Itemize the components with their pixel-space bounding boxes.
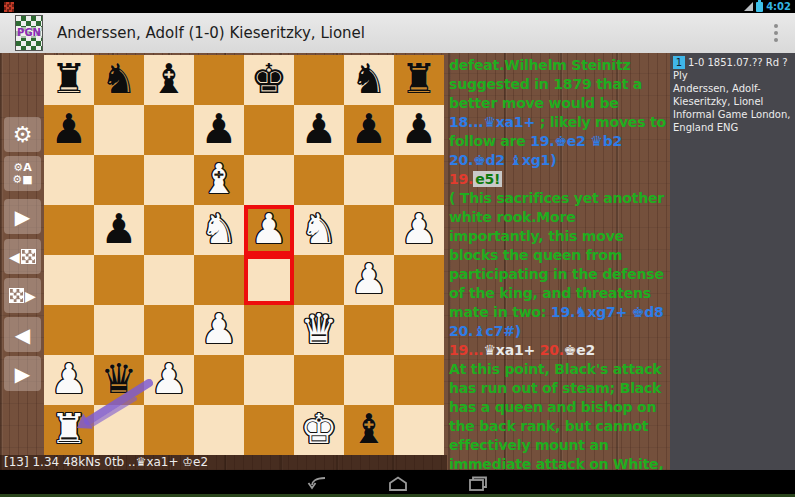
square-c6[interactable] [144, 155, 194, 205]
white-pawn-h5[interactable]: ♟ [394, 205, 444, 254]
square-b6[interactable] [94, 155, 144, 205]
square-a2[interactable]: ♟ [44, 355, 94, 405]
black-pawn-h7[interactable]: ♟ [394, 105, 444, 154]
annotation-text: At this point, Black's attack has run ou… [449, 361, 669, 470]
square-h6[interactable] [394, 155, 444, 205]
square-g3[interactable] [344, 305, 394, 355]
square-f7[interactable]: ♟ [294, 105, 344, 155]
white-pawn-d3[interactable]: ♟ [194, 305, 244, 354]
square-h2[interactable] [394, 355, 444, 405]
next-move-button[interactable]: ▶ [4, 356, 41, 391]
square-e1[interactable] [244, 405, 294, 455]
square-d6[interactable]: ♝ [194, 155, 244, 205]
engine-gears-icon: ⚙A ⚙■ [12, 162, 32, 186]
black-queen-b2[interactable]: ♛ [94, 355, 144, 404]
square-e8[interactable]: ♚ [244, 55, 294, 105]
square-e7[interactable] [244, 105, 294, 155]
square-d1[interactable] [194, 405, 244, 455]
square-h4[interactable] [394, 255, 444, 305]
square-g2[interactable] [344, 355, 394, 405]
square-g5[interactable] [344, 205, 394, 255]
square-f1[interactable]: ♚ [294, 405, 344, 455]
recents-icon[interactable] [467, 476, 489, 492]
white-pawn-c2[interactable]: ♟ [144, 355, 194, 404]
square-b5[interactable]: ♟ [94, 205, 144, 255]
square-a6[interactable] [44, 155, 94, 205]
black-pawn-f7[interactable]: ♟ [294, 105, 344, 154]
chess-board[interactable]: ♜♞♝♚♞♜♟♟♟♟♟♝♟♞♟♞♟♟♟♛♟♛♟♜♚♝ [44, 55, 444, 455]
game-header: 1-0 1851.07.?? Rd ? Ply [673, 57, 788, 81]
move-text[interactable]: ♚e2 [564, 342, 595, 358]
square-d3[interactable]: ♟ [194, 305, 244, 355]
previous-game-button[interactable]: ◀ [4, 239, 41, 274]
android-nav-bar [0, 470, 795, 497]
square-e6[interactable] [244, 155, 294, 205]
black-pawn-g7[interactable]: ♟ [344, 105, 394, 154]
signal-icon [744, 2, 753, 11]
square-a5[interactable] [44, 205, 94, 255]
home-icon[interactable] [387, 476, 409, 492]
square-c1[interactable] [144, 405, 194, 455]
square-f4[interactable] [294, 255, 344, 305]
square-h7[interactable]: ♟ [394, 105, 444, 155]
square-c7[interactable] [144, 105, 194, 155]
white-king-f1[interactable]: ♚ [294, 405, 344, 454]
square-g4[interactable]: ♟ [344, 255, 394, 305]
square-f3[interactable]: ♛ [294, 305, 344, 355]
square-b2[interactable]: ♛ [94, 355, 144, 405]
square-c3[interactable] [144, 305, 194, 355]
black-pawn-a7[interactable]: ♟ [44, 105, 94, 154]
square-d8[interactable] [194, 55, 244, 105]
right-triangle-icon: ▶ [25, 289, 36, 303]
game-event: Informal Game London, England ENG [673, 108, 793, 134]
square-e2[interactable] [244, 355, 294, 405]
android-status-bar: 4:02 [0, 0, 795, 13]
square-a8[interactable]: ♜ [44, 55, 94, 105]
clock-text: 4:02 [766, 1, 791, 12]
app-logo-text: PGN [16, 27, 42, 38]
engine-analysis-button[interactable]: ⚙A ⚙■ [4, 156, 41, 191]
game-index-badge: 1 [673, 56, 685, 69]
game-players: Anderssen, Adolf-Kieseritzky, Lionel [673, 82, 793, 108]
square-b3[interactable] [94, 305, 144, 355]
white-queen-f3[interactable]: ♛ [294, 305, 344, 354]
black-rook-h8[interactable]: ♜ [394, 55, 444, 104]
square-c8[interactable]: ♝ [144, 55, 194, 105]
play-button[interactable]: ▶ [4, 199, 41, 234]
square-d2[interactable] [194, 355, 244, 405]
back-icon: ◀ [15, 325, 30, 345]
move-text[interactable]: 18...♛xa1+ [449, 114, 540, 130]
square-b8[interactable]: ♞ [94, 55, 144, 105]
annotation-text: defeat.Wilhelm Steinitz suggested in 187… [449, 57, 642, 111]
game-info-panel[interactable]: 11-0 1851.07.?? Rd ? Ply Anderssen, Adol… [670, 53, 795, 470]
white-rook-a1[interactable]: ♜ [44, 405, 94, 454]
app-screen: 4:02 PGN Anderssen, Adolf (1-0) Kieserit… [0, 0, 795, 497]
forward-icon: ▶ [15, 364, 30, 384]
main-area: ⚙ ⚙A ⚙■ ▶ ◀ ▶ ◀ ▶ [0, 53, 795, 470]
square-e3[interactable] [244, 305, 294, 355]
action-bar: PGN Anderssen, Adolf (1-0) Kieseritzky, … [0, 13, 795, 54]
square-a3[interactable] [44, 305, 94, 355]
black-knight-g8[interactable]: ♞ [344, 55, 394, 104]
previous-move-button[interactable]: ◀ [4, 317, 41, 352]
square-f2[interactable] [294, 355, 344, 405]
square-a7[interactable]: ♟ [44, 105, 94, 155]
square-h8[interactable]: ♜ [394, 55, 444, 105]
page-title: Anderssen, Adolf (1-0) Kieseritzky, Lion… [57, 24, 365, 42]
white-pawn-g4[interactable]: ♟ [344, 255, 394, 304]
engine-status-line: [13] 1.34 48kNs 0tb ..♛xa1+ ♔e2 [0, 455, 447, 470]
square-h5[interactable]: ♟ [394, 205, 444, 255]
square-a1[interactable]: ♜ [44, 405, 94, 455]
move-text[interactable]: 19. [449, 171, 473, 187]
square-e5[interactable]: ♟ [244, 205, 294, 255]
overflow-menu-icon[interactable] [770, 18, 782, 48]
square-e4[interactable] [244, 255, 294, 305]
square-d4[interactable] [194, 255, 244, 305]
square-h3[interactable] [394, 305, 444, 355]
white-bishop-d6[interactable]: ♝ [194, 155, 244, 204]
square-c5[interactable] [144, 205, 194, 255]
black-king-e8[interactable]: ♚ [244, 55, 294, 104]
square-b7[interactable] [94, 105, 144, 155]
black-pawn-d7[interactable]: ♟ [194, 105, 244, 154]
annotation-panel[interactable]: defeat.Wilhelm Steinitz suggested in 187… [447, 53, 670, 470]
square-g6[interactable] [344, 155, 394, 205]
battery-icon [756, 2, 763, 12]
move-text[interactable]: 20. [540, 342, 564, 358]
game-list-row[interactable]: 11-0 1851.07.?? Rd ? Ply [673, 56, 793, 82]
black-knight-b8[interactable]: ♞ [94, 55, 144, 104]
square-a4[interactable] [44, 255, 94, 305]
square-g8[interactable]: ♞ [344, 55, 394, 105]
square-g1[interactable]: ♝ [344, 405, 394, 455]
square-h1[interactable] [394, 405, 444, 455]
move-text[interactable]: ♛xa1+ [483, 342, 539, 358]
square-f8[interactable] [294, 55, 344, 105]
next-game-button[interactable]: ▶ [4, 278, 41, 313]
square-g7[interactable]: ♟ [344, 105, 394, 155]
black-bishop-c8[interactable]: ♝ [144, 55, 194, 104]
mini-board-icon [21, 249, 36, 264]
square-f6[interactable] [294, 155, 344, 205]
notification-icon [4, 2, 14, 12]
square-c2[interactable]: ♟ [144, 355, 194, 405]
gear-icon: ⚙ [13, 124, 33, 146]
white-pawn-e5[interactable]: ♟ [244, 205, 294, 254]
square-b4[interactable] [94, 255, 144, 305]
app-logo-icon: PGN [15, 15, 43, 51]
back-icon[interactable] [307, 476, 329, 492]
white-pawn-a2[interactable]: ♟ [44, 355, 94, 404]
white-knight-d5[interactable]: ♞ [194, 205, 244, 254]
settings-button[interactable]: ⚙ [4, 117, 41, 152]
square-d5[interactable]: ♞ [194, 205, 244, 255]
play-icon: ▶ [15, 207, 30, 227]
black-bishop-g1[interactable]: ♝ [344, 405, 394, 454]
square-f5[interactable]: ♞ [294, 205, 344, 255]
black-pawn-b5[interactable]: ♟ [94, 205, 144, 254]
mini-board-icon [9, 288, 24, 303]
square-c4[interactable] [144, 255, 194, 305]
annotation-text: ( This sacrifices yet another white rook… [449, 190, 664, 320]
white-knight-f5[interactable]: ♞ [294, 205, 344, 254]
black-rook-a8[interactable]: ♜ [44, 55, 94, 104]
square-d7[interactable]: ♟ [194, 105, 244, 155]
move-text[interactable]: e5! [473, 171, 502, 187]
left-triangle-icon: ◀ [9, 250, 20, 264]
move-text[interactable]: 19... [449, 342, 483, 358]
square-b1[interactable] [94, 405, 144, 455]
